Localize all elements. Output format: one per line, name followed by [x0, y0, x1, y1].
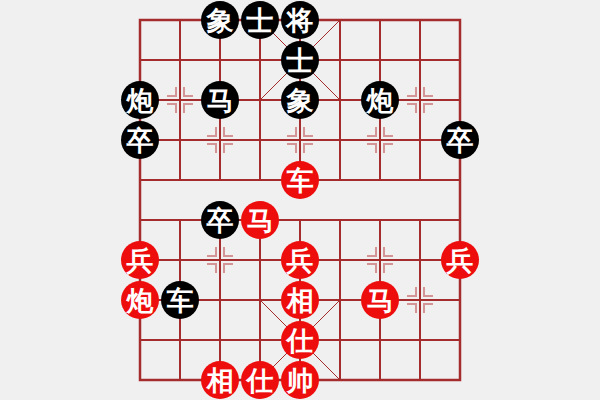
piece-black-advisor[interactable]: 士 [281, 41, 319, 79]
piece-black-soldier[interactable]: 卒 [441, 121, 479, 159]
piece-black-cannon[interactable]: 炮 [361, 81, 399, 119]
piece-red-horse[interactable]: 马 [361, 281, 399, 319]
piece-red-elephant[interactable]: 相 [201, 361, 239, 399]
piece-black-advisor[interactable]: 士 [241, 1, 279, 39]
piece-red-advisor[interactable]: 仕 [281, 321, 319, 359]
piece-red-elephant[interactable]: 相 [281, 281, 319, 319]
piece-red-advisor[interactable]: 仕 [241, 361, 279, 399]
piece-black-elephant[interactable]: 象 [281, 81, 319, 119]
piece-black-soldier[interactable]: 卒 [201, 201, 239, 239]
piece-black-elephant[interactable]: 象 [201, 1, 239, 39]
piece-red-soldier[interactable]: 兵 [121, 241, 159, 279]
piece-red-soldier[interactable]: 兵 [441, 241, 479, 279]
piece-red-cannon[interactable]: 炮 [121, 281, 159, 319]
piece-red-chariot[interactable]: 车 [281, 161, 319, 199]
piece-black-chariot[interactable]: 车 [161, 281, 199, 319]
piece-red-general[interactable]: 帅 [281, 361, 319, 399]
piece-black-horse[interactable]: 马 [201, 81, 239, 119]
piece-black-soldier[interactable]: 卒 [121, 121, 159, 159]
pieces-layer: 象士将士炮马象炮卒卒车卒马兵兵兵炮车相马仕相仕帅 [120, 0, 480, 400]
xiangqi-app: 象士将士炮马象炮卒卒车卒马兵兵兵炮车相马仕相仕帅 [0, 0, 600, 400]
piece-black-cannon[interactable]: 炮 [121, 81, 159, 119]
piece-red-soldier[interactable]: 兵 [281, 241, 319, 279]
piece-black-general[interactable]: 将 [281, 1, 319, 39]
piece-red-horse[interactable]: 马 [241, 201, 279, 239]
